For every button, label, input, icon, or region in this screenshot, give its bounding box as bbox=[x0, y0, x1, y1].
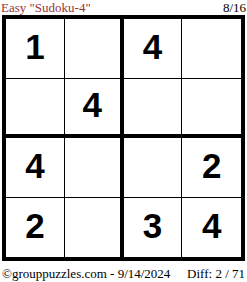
page-header: Easy "Sudoku-4" 8/16 bbox=[0, 0, 247, 15]
cell-r4-c3: 3 bbox=[124, 198, 183, 258]
copyright-text: ©grouppuzzles.com - 9/14/2024 bbox=[2, 267, 170, 281]
page-number: 8/16 bbox=[223, 0, 246, 15]
page-title: Easy "Sudoku-4" bbox=[1, 0, 91, 15]
cell-r1-c4[interactable] bbox=[182, 19, 241, 79]
cell-r2-c1[interactable] bbox=[6, 79, 65, 139]
cell-r2-c3[interactable] bbox=[124, 79, 183, 139]
cell-r3-c2[interactable] bbox=[65, 138, 124, 198]
cell-r2-c2: 4 bbox=[65, 79, 124, 139]
cell-r1-c2[interactable] bbox=[65, 19, 124, 79]
cell-r1-c1: 1 bbox=[6, 19, 65, 79]
cell-r3-c3[interactable] bbox=[124, 138, 183, 198]
sudoku-board: 1 4 4 4 2 2 3 4 bbox=[2, 15, 245, 261]
cell-r4-c2[interactable] bbox=[65, 198, 124, 258]
page-footer: ©grouppuzzles.com - 9/14/2024 Diff: 2 / … bbox=[0, 267, 247, 281]
puzzle-page: Easy "Sudoku-4" 8/16 1 4 4 4 2 2 3 4 ©gr… bbox=[0, 0, 247, 282]
cell-r3-c4: 2 bbox=[182, 138, 241, 198]
difficulty-text: Diff: 2 / 71 bbox=[187, 267, 245, 281]
cell-r1-c3: 4 bbox=[124, 19, 183, 79]
cell-r4-c1: 2 bbox=[6, 198, 65, 258]
cell-r4-c4: 4 bbox=[182, 198, 241, 258]
cell-r3-c1: 4 bbox=[6, 138, 65, 198]
cell-r2-c4[interactable] bbox=[182, 79, 241, 139]
